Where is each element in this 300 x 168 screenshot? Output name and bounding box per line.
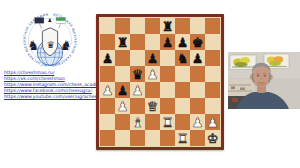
square-a1 — [100, 130, 115, 146]
square-d3: ♛ — [145, 98, 160, 114]
video-frame: ЮГОРСКАЯ ШАХМАТНАЯ АКАДЕМИЯ ЮГОРСКАЯ ШАХ… — [0, 0, 300, 168]
presenter-webcam — [228, 52, 300, 109]
square-a2 — [100, 114, 115, 130]
piece-black-king: ♚ — [192, 35, 204, 48]
square-c7 — [130, 34, 145, 50]
right-knight-icon: ♞ — [60, 38, 72, 53]
square-e5 — [160, 66, 175, 82]
square-g4 — [190, 82, 205, 98]
square-f6: ♞ — [175, 50, 190, 66]
square-e7: ♟ — [160, 34, 175, 50]
square-c2: ♝ — [130, 114, 145, 130]
left-knight-icon: ♞ — [28, 38, 40, 53]
square-c4: ♟ — [130, 82, 145, 98]
piece-white-rook: ♜ — [177, 131, 189, 144]
piece-black-rook: ♜ — [117, 35, 129, 48]
square-c6 — [130, 50, 145, 66]
square-b8 — [115, 18, 130, 34]
square-g7: ♚ — [190, 34, 205, 50]
piece-black-pawn: ♟ — [192, 51, 204, 64]
square-h2: ♟ — [205, 114, 220, 130]
square-a6: ♟ — [100, 50, 115, 66]
piece-white-bishop: ♝ — [132, 115, 144, 128]
piece-black-pawn: ♟ — [162, 35, 174, 48]
left-painting — [230, 55, 256, 70]
square-c3 — [130, 98, 145, 114]
piece-black-queen: ♛ — [132, 67, 144, 80]
square-f8 — [175, 18, 190, 34]
square-f4 — [175, 82, 190, 98]
square-f1: ♜ — [175, 130, 190, 146]
shield-piece-icon: ♛ — [46, 39, 54, 50]
square-h6 — [205, 50, 220, 66]
square-e1 — [160, 130, 175, 146]
square-e2: ♜ — [160, 114, 175, 130]
square-f3 — [175, 98, 190, 114]
piece-white-pawn: ♟ — [102, 83, 114, 96]
square-d5: ♟ — [145, 66, 160, 82]
square-g1 — [190, 130, 205, 146]
square-h1: ♚ — [205, 130, 220, 146]
square-e8: ♜ — [160, 18, 175, 34]
square-c1 — [130, 130, 145, 146]
square-d1 — [145, 130, 160, 146]
square-a7 — [100, 34, 115, 50]
square-g3 — [190, 98, 205, 114]
square-g5 — [190, 66, 205, 82]
square-b6 — [115, 50, 130, 66]
piece-white-pawn: ♟ — [192, 115, 204, 128]
square-h8 — [205, 18, 220, 34]
square-f7: ♟ — [175, 34, 190, 50]
square-b7: ♜ — [115, 34, 130, 50]
square-e3 — [160, 98, 175, 114]
square-b2 — [115, 114, 130, 130]
square-h4 — [205, 82, 220, 98]
square-d8 — [145, 18, 160, 34]
square-d2 — [145, 114, 160, 130]
square-b1 — [115, 130, 130, 146]
square-f5 — [175, 66, 190, 82]
square-b3: ♟ — [115, 98, 130, 114]
square-a8 — [100, 18, 115, 34]
piece-black-rook: ♜ — [162, 19, 174, 32]
square-g2: ♟ — [190, 114, 205, 130]
square-h7 — [205, 34, 220, 50]
square-e4 — [160, 82, 175, 98]
piece-black-pawn: ♟ — [147, 51, 159, 64]
square-d7 — [145, 34, 160, 50]
piece-white-king: ♚ — [207, 131, 219, 144]
square-d4 — [145, 82, 160, 98]
academy-logo: ЮГОРСКАЯ ШАХМАТНАЯ АКАДЕМИЯ ЮГОРСКАЯ ШАХ… — [22, 11, 78, 69]
piece-white-pawn: ♟ — [132, 83, 144, 96]
square-b5 — [115, 66, 130, 82]
chess-board: ♜♜♟♟♚♟♟♞♟♛♟♟♟♟♟♛♝♜♟♟♜♚ — [96, 14, 224, 150]
square-a3 — [100, 98, 115, 114]
red-object — [232, 98, 238, 102]
piece-black-pawn: ♟ — [117, 83, 129, 96]
piece-black-pawn: ♟ — [102, 51, 114, 64]
square-g8 — [190, 18, 205, 34]
piece-white-rook: ♜ — [162, 115, 174, 128]
shield-icon: ♛ — [42, 28, 57, 56]
square-c5: ♛ — [130, 66, 145, 82]
square-c8 — [130, 18, 145, 34]
square-h5 — [205, 66, 220, 82]
top-pawn-icon: ♟ — [47, 17, 52, 23]
piece-white-pawn: ♟ — [147, 67, 159, 80]
square-e6 — [160, 50, 175, 66]
piece-black-knight: ♞ — [177, 51, 189, 64]
square-a5 — [100, 66, 115, 82]
square-h3 — [205, 98, 220, 114]
square-a4: ♟ — [100, 82, 115, 98]
square-d6: ♟ — [145, 50, 160, 66]
piece-white-pawn: ♟ — [117, 99, 129, 112]
piece-black-pawn: ♟ — [177, 35, 189, 48]
piece-white-queen: ♛ — [147, 99, 159, 112]
square-f2 — [175, 114, 190, 130]
piece-white-pawn: ♟ — [207, 115, 219, 128]
board-grid: ♜♜♟♟♚♟♟♞♟♛♟♟♟♟♟♛♝♜♟♟♜♚ — [100, 18, 220, 146]
square-g6: ♟ — [190, 50, 205, 66]
square-b4: ♟ — [115, 82, 130, 98]
